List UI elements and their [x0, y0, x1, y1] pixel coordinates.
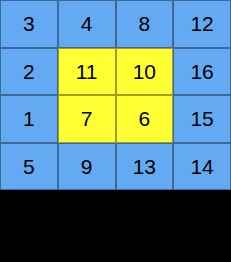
cell-r1c3[interactable]: 8	[116, 0, 174, 48]
cell-r4c1[interactable]: 5	[0, 143, 58, 191]
footer-black-area	[0, 190, 231, 262]
cell-r4c3[interactable]: 13	[116, 143, 174, 191]
cell-r4c2[interactable]: 9	[58, 143, 116, 191]
cell-r2c2[interactable]: 11	[58, 48, 116, 96]
cell-r2c1[interactable]: 2	[0, 48, 58, 96]
cell-r1c1[interactable]: 3	[0, 0, 58, 48]
cell-r3c2[interactable]: 7	[58, 95, 116, 143]
cell-r3c1[interactable]: 1	[0, 95, 58, 143]
cell-r2c3[interactable]: 10	[116, 48, 174, 96]
cell-r3c3[interactable]: 6	[116, 95, 174, 143]
cell-r1c2[interactable]: 4	[58, 0, 116, 48]
puzzle-board: 3 4 8 12 2 11 10 16 1 7 6 15 5 9 13 14	[0, 0, 231, 190]
cell-r3c4[interactable]: 15	[173, 95, 231, 143]
cell-r4c4[interactable]: 14	[173, 143, 231, 191]
cell-r2c4[interactable]: 16	[173, 48, 231, 96]
cell-r1c4[interactable]: 12	[173, 0, 231, 48]
